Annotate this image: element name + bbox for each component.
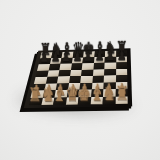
square-f5 bbox=[92, 69, 104, 76]
chess-set-product-photo[interactable]: ♜♞♝♛♚♝♞♜♟♟♟♟♟♟♟♟♟♟♟♟♟♟♟♟♜♞♝♛♚♝♞♜ bbox=[0, 0, 160, 160]
piece-white-rook-a1: ♜ bbox=[25, 85, 45, 104]
chess-board: ♜♞♝♛♚♝♞♜♟♟♟♟♟♟♟♟♟♟♟♟♟♟♟♟♜♞♝♛♚♝♞♜ bbox=[24, 48, 132, 108]
board-grid: ♜♞♝♛♚♝♞♜♟♟♟♟♟♟♟♟♟♟♟♟♟♟♟♟♜♞♝♛♚♝♞♜ bbox=[29, 50, 128, 105]
square-g5 bbox=[104, 69, 116, 76]
square-a7: ♟ bbox=[39, 58, 51, 64]
square-a1: ♜ bbox=[29, 98, 43, 106]
square-g6 bbox=[104, 63, 115, 70]
piece-black-pawn-a7: ♟ bbox=[35, 50, 53, 63]
